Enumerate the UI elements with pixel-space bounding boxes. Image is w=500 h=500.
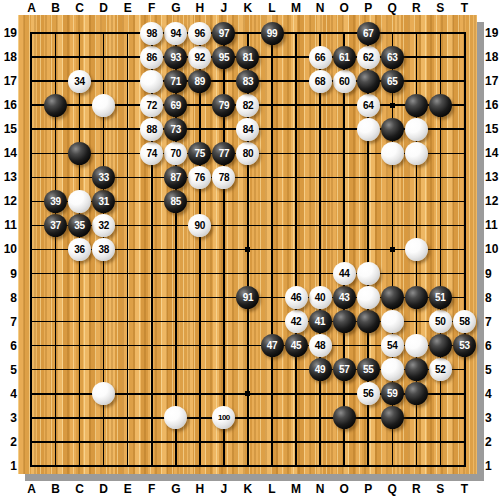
stone-white-Q7[interactable]: [381, 310, 404, 333]
stone-white-H19[interactable]: 96: [188, 22, 211, 45]
stone-black-N5[interactable]: 49: [309, 358, 332, 381]
stone-white-N18[interactable]: 66: [309, 46, 332, 69]
stone-white-F14[interactable]: 74: [140, 142, 163, 165]
coord-label-top: N: [308, 1, 332, 15]
coord-label-bottom: E: [116, 482, 140, 496]
coord-label-left: 3: [0, 411, 17, 425]
coord-label-top: L: [260, 1, 284, 15]
stone-move-number: 56: [363, 388, 374, 399]
stone-white-H18[interactable]: 92: [188, 46, 211, 69]
stone-white-R6[interactable]: [405, 334, 428, 357]
coord-label-top: S: [428, 1, 452, 15]
coord-label-left: 15: [0, 122, 17, 136]
stone-move-number: 83: [243, 76, 254, 87]
stone-white-M8[interactable]: 46: [285, 286, 308, 309]
stone-move-number: 61: [339, 52, 350, 63]
stone-black-P17[interactable]: [357, 70, 380, 93]
stone-white-G14[interactable]: 70: [164, 142, 187, 165]
coord-label-left: 2: [0, 435, 17, 449]
stone-move-number: 33: [98, 172, 109, 183]
stone-white-C12[interactable]: [68, 190, 91, 213]
stone-black-G17[interactable]: 71: [164, 70, 187, 93]
stone-move-number: 87: [171, 172, 182, 183]
stone-black-D12[interactable]: 31: [92, 190, 115, 213]
stone-white-P16[interactable]: 64: [357, 94, 380, 117]
coord-label-right: 12: [485, 194, 500, 208]
coord-label-right: 4: [485, 387, 500, 401]
star-point: [245, 391, 250, 396]
stone-black-N7[interactable]: 41: [309, 310, 332, 333]
stone-move-number: 66: [315, 52, 326, 63]
coord-label-right: 3: [485, 411, 500, 425]
stone-move-number: 88: [146, 124, 157, 135]
stone-move-number: 31: [98, 196, 109, 207]
stone-move-number: 50: [435, 316, 446, 327]
stone-move-number: 72: [146, 100, 157, 111]
stone-black-T6[interactable]: 53: [453, 334, 476, 357]
stone-white-G19[interactable]: 94: [164, 22, 187, 45]
stone-white-Q14[interactable]: [381, 142, 404, 165]
coord-label-right: 1: [485, 459, 500, 473]
stone-move-number: 35: [74, 220, 85, 231]
coord-label-right: 18: [485, 50, 500, 64]
coord-label-bottom: L: [260, 482, 284, 496]
stone-move-number: 65: [387, 76, 398, 87]
stone-black-R4[interactable]: [405, 382, 428, 405]
stone-white-D11[interactable]: 32: [92, 214, 115, 237]
coord-label-left: 11: [0, 218, 17, 232]
stone-white-Q5[interactable]: [381, 358, 404, 381]
stone-move-number: 99: [267, 28, 278, 39]
stone-move-number: 69: [171, 100, 182, 111]
star-point: [390, 247, 395, 252]
grid-line-vertical: [319, 33, 321, 466]
coord-label-top: D: [92, 1, 116, 15]
stone-move-number: 47: [267, 340, 278, 351]
stone-white-F15[interactable]: 88: [140, 118, 163, 141]
stone-black-K17[interactable]: 83: [236, 70, 259, 93]
coord-label-left: 18: [0, 50, 17, 64]
stone-black-Q17[interactable]: 65: [381, 70, 404, 93]
stone-move-number: 96: [195, 28, 206, 39]
stone-move-number: 89: [195, 76, 206, 87]
stone-move-number: 51: [435, 292, 446, 303]
stone-move-number: 78: [219, 172, 230, 183]
stone-white-P18[interactable]: 62: [357, 46, 380, 69]
stone-black-B12[interactable]: 39: [44, 190, 67, 213]
coord-label-top: H: [188, 1, 212, 15]
stone-move-number: 63: [387, 52, 398, 63]
stone-move-number: 71: [171, 76, 182, 87]
stone-black-Q18[interactable]: 63: [381, 46, 404, 69]
stone-black-Q15[interactable]: [381, 118, 404, 141]
coord-label-top: A: [20, 1, 44, 15]
stone-move-number: 49: [315, 364, 326, 375]
stone-white-R10[interactable]: [405, 238, 428, 261]
stone-move-number: 55: [363, 364, 374, 375]
stone-white-K15[interactable]: 84: [236, 118, 259, 141]
coord-label-right: 9: [485, 267, 500, 281]
coord-label-bottom: O: [332, 482, 356, 496]
stone-move-number: 37: [50, 220, 61, 231]
coord-label-bottom: S: [428, 482, 452, 496]
stone-move-number: 84: [243, 124, 254, 135]
coord-label-right: 13: [485, 170, 500, 184]
stone-white-N6[interactable]: 48: [309, 334, 332, 357]
stone-move-number: 64: [363, 100, 374, 111]
coord-label-top: E: [116, 1, 140, 15]
stone-move-number: 58: [459, 316, 470, 327]
coord-label-left: 7: [0, 315, 17, 329]
stone-move-number: 67: [363, 28, 374, 39]
coord-label-right: 11: [485, 218, 500, 232]
grid-line-vertical: [295, 33, 297, 466]
stone-black-K18[interactable]: 81: [236, 46, 259, 69]
grid-line-horizontal: [32, 273, 465, 275]
stone-black-G15[interactable]: 73: [164, 118, 187, 141]
stone-white-D10[interactable]: 38: [92, 238, 115, 261]
stone-black-B11[interactable]: 37: [44, 214, 67, 237]
stone-black-M6[interactable]: 45: [285, 334, 308, 357]
stone-white-N8[interactable]: 40: [309, 286, 332, 309]
stone-white-O17[interactable]: 60: [333, 70, 356, 93]
stone-black-H17[interactable]: 89: [188, 70, 211, 93]
stone-move-number: 93: [171, 52, 182, 63]
stone-white-C10[interactable]: 36: [68, 238, 91, 261]
stone-move-number: 95: [219, 52, 230, 63]
stone-white-O9[interactable]: 44: [333, 262, 356, 285]
coord-label-right: 10: [485, 242, 500, 256]
stone-black-R5[interactable]: [405, 358, 428, 381]
go-board-diagram: AABBCCDDEEFFGGHHJJKKLLMMNNOOPPQQRRSSTT19…: [0, 0, 500, 500]
stone-move-number: 36: [74, 244, 85, 255]
coord-label-bottom: P: [356, 482, 380, 496]
coord-label-bottom: M: [284, 482, 308, 496]
coord-label-bottom: H: [188, 482, 212, 496]
stone-move-number: 75: [195, 148, 206, 159]
coord-label-bottom: B: [44, 482, 68, 496]
stone-black-G12[interactable]: 85: [164, 190, 187, 213]
coord-label-right: 5: [485, 363, 500, 377]
stone-black-O3[interactable]: [333, 406, 356, 429]
coord-label-left: 17: [0, 74, 17, 88]
stone-black-B16[interactable]: [44, 94, 67, 117]
stone-move-number: 38: [98, 244, 109, 255]
stone-move-number: 92: [195, 52, 206, 63]
stone-black-O18[interactable]: 61: [333, 46, 356, 69]
stone-black-G18[interactable]: 93: [164, 46, 187, 69]
stone-move-number: 90: [195, 220, 206, 231]
stone-move-number: 68: [315, 76, 326, 87]
stone-move-number: 59: [387, 388, 398, 399]
coord-label-right: 8: [485, 291, 500, 305]
stone-white-P9[interactable]: [357, 262, 380, 285]
stone-white-F16[interactable]: 72: [140, 94, 163, 117]
coord-label-left: 6: [0, 339, 17, 353]
coord-label-left: 13: [0, 170, 17, 184]
coord-label-right: 15: [485, 122, 500, 136]
coord-label-bottom: N: [308, 482, 332, 496]
coord-label-bottom: Q: [380, 482, 404, 496]
coord-label-left: 19: [0, 26, 17, 40]
coord-label-bottom: T: [452, 482, 476, 496]
stone-white-R14[interactable]: [405, 142, 428, 165]
stone-move-number: 40: [315, 292, 326, 303]
coord-label-top: Q: [380, 1, 404, 15]
stone-move-number: 32: [98, 220, 109, 231]
stone-white-C17[interactable]: 34: [68, 70, 91, 93]
stone-black-C14[interactable]: [68, 142, 91, 165]
coord-label-bottom: K: [236, 482, 260, 496]
coord-label-top: T: [452, 1, 476, 15]
stone-white-M7[interactable]: 42: [285, 310, 308, 333]
coord-label-top: G: [164, 1, 188, 15]
coord-label-bottom: G: [164, 482, 188, 496]
stone-white-R15[interactable]: [405, 118, 428, 141]
grid-line-vertical: [343, 33, 345, 466]
grid-line-vertical: [271, 33, 273, 466]
stone-move-number: 34: [74, 76, 85, 87]
stone-white-H13[interactable]: 76: [188, 166, 211, 189]
coord-label-right: 19: [485, 26, 500, 40]
coord-label-right: 6: [485, 339, 500, 353]
coord-label-top: O: [332, 1, 356, 15]
stone-black-P7[interactable]: [357, 310, 380, 333]
stone-move-number: 48: [315, 340, 326, 351]
stone-white-D16[interactable]: [92, 94, 115, 117]
coord-label-left: 1: [0, 459, 17, 473]
stone-move-number: 70: [171, 148, 182, 159]
stone-black-L6[interactable]: 47: [261, 334, 284, 357]
stone-black-G16[interactable]: 69: [164, 94, 187, 117]
stone-black-Q4[interactable]: 59: [381, 382, 404, 405]
stone-move-number: 53: [459, 340, 470, 351]
coord-label-left: 12: [0, 194, 17, 208]
coord-label-top: R: [404, 1, 428, 15]
stone-black-C11[interactable]: 35: [68, 214, 91, 237]
stone-white-P4[interactable]: 56: [357, 382, 380, 405]
stone-move-number: 73: [171, 124, 182, 135]
coord-label-top: F: [140, 1, 164, 15]
coord-label-right: 14: [485, 146, 500, 160]
stone-move-number: 46: [291, 292, 302, 303]
stone-white-S5[interactable]: 52: [429, 358, 452, 381]
coord-label-right: 2: [485, 435, 500, 449]
stone-move-number: 76: [195, 172, 206, 183]
coord-label-bottom: J: [212, 482, 236, 496]
stone-black-D13[interactable]: 33: [92, 166, 115, 189]
coord-label-top: P: [356, 1, 380, 15]
stone-move-number: 52: [435, 364, 446, 375]
coord-label-left: 14: [0, 146, 17, 160]
stone-move-number: 97: [219, 28, 230, 39]
stone-move-number: 100: [218, 413, 230, 422]
coord-label-bottom: R: [404, 482, 428, 496]
coord-label-bottom: A: [20, 482, 44, 496]
stone-black-J18[interactable]: 95: [212, 46, 235, 69]
stone-black-S16[interactable]: [429, 94, 452, 117]
stone-black-Q8[interactable]: [381, 286, 404, 309]
star-point: [390, 103, 395, 108]
stone-move-number: 81: [243, 52, 254, 63]
grid-line-horizontal: [32, 441, 465, 443]
stone-black-P5[interactable]: 55: [357, 358, 380, 381]
stone-move-number: 57: [339, 364, 350, 375]
stone-black-O5[interactable]: 57: [333, 358, 356, 381]
coord-label-left: 16: [0, 98, 17, 112]
stone-white-N17[interactable]: 68: [309, 70, 332, 93]
stone-black-Q3[interactable]: [381, 406, 404, 429]
coord-label-bottom: C: [68, 482, 92, 496]
stone-white-F19[interactable]: 98: [140, 22, 163, 45]
stone-white-F17[interactable]: [140, 70, 163, 93]
stone-black-J16[interactable]: 79: [212, 94, 235, 117]
coord-label-top: K: [236, 1, 260, 15]
coord-label-bottom: F: [140, 482, 164, 496]
coord-label-left: 8: [0, 291, 17, 305]
coord-label-top: M: [284, 1, 308, 15]
stone-move-number: 82: [243, 100, 254, 111]
stone-move-number: 98: [146, 28, 157, 39]
star-point: [245, 247, 250, 252]
coord-label-left: 10: [0, 242, 17, 256]
stone-move-number: 45: [291, 340, 302, 351]
stone-black-J19[interactable]: 97: [212, 22, 235, 45]
stone-move-number: 94: [171, 28, 182, 39]
stone-black-G13[interactable]: 87: [164, 166, 187, 189]
stone-black-L19[interactable]: 99: [261, 22, 284, 45]
stone-move-number: 85: [171, 196, 182, 207]
coord-label-left: 5: [0, 363, 17, 377]
coord-label-right: 7: [485, 315, 500, 329]
stone-black-H14[interactable]: 75: [188, 142, 211, 165]
coord-label-bottom: D: [92, 482, 116, 496]
coord-label-left: 4: [0, 387, 17, 401]
stone-white-P8[interactable]: [357, 286, 380, 309]
stone-black-S8[interactable]: 51: [429, 286, 452, 309]
stone-move-number: 42: [291, 316, 302, 327]
coord-label-top: B: [44, 1, 68, 15]
stone-move-number: 41: [315, 316, 326, 327]
coord-label-right: 17: [485, 74, 500, 88]
stone-move-number: 44: [339, 268, 350, 279]
stone-white-F18[interactable]: 86: [140, 46, 163, 69]
stone-move-number: 43: [339, 292, 350, 303]
coord-label-right: 16: [485, 98, 500, 112]
stone-move-number: 79: [219, 100, 230, 111]
stone-black-J14[interactable]: 77: [212, 142, 235, 165]
stone-white-T7[interactable]: 58: [453, 310, 476, 333]
stone-white-Q6[interactable]: 54: [381, 334, 404, 357]
stone-move-number: 86: [146, 52, 157, 63]
stone-move-number: 39: [50, 196, 61, 207]
stone-black-O7[interactable]: [333, 310, 356, 333]
coord-label-top: J: [212, 1, 236, 15]
coord-label-top: C: [68, 1, 92, 15]
stone-black-R16[interactable]: [405, 94, 428, 117]
stone-white-P15[interactable]: [357, 118, 380, 141]
stone-move-number: 91: [243, 292, 254, 303]
stone-black-O8[interactable]: 43: [333, 286, 356, 309]
stone-white-K16[interactable]: 82: [236, 94, 259, 117]
stone-move-number: 77: [219, 148, 230, 159]
stone-move-number: 74: [146, 148, 157, 159]
stone-move-number: 62: [363, 52, 374, 63]
stone-white-S7[interactable]: 50: [429, 310, 452, 333]
stone-move-number: 60: [339, 76, 350, 87]
coord-label-left: 9: [0, 267, 17, 281]
stone-black-S6[interactable]: [429, 334, 452, 357]
stone-black-R8[interactable]: [405, 286, 428, 309]
stone-black-P19[interactable]: 67: [357, 22, 380, 45]
stone-move-number: 80: [243, 148, 254, 159]
stone-move-number: 54: [387, 340, 398, 351]
